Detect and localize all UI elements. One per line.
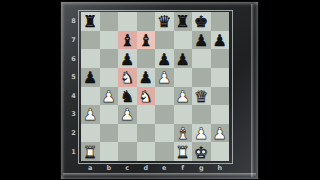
piece-white-pawn: ♟	[120, 107, 134, 123]
square-e1	[155, 142, 174, 161]
square-c2	[118, 124, 137, 143]
square-g1: ♚	[192, 142, 211, 161]
square-f2: ♝	[174, 124, 193, 143]
square-c4: ♞	[118, 87, 137, 106]
square-f5	[174, 68, 193, 87]
square-d8	[137, 12, 156, 31]
square-h8	[211, 12, 230, 31]
square-g2: ♟	[192, 124, 211, 143]
piece-black-rook: ♜	[176, 14, 190, 30]
square-d2	[137, 124, 156, 143]
rank-label-8: 8	[68, 12, 79, 31]
square-a6	[81, 49, 100, 68]
square-e5: ♟	[155, 68, 174, 87]
square-c7: ♝	[118, 31, 137, 50]
square-e6: ♟	[155, 49, 174, 68]
piece-white-king: ♚	[194, 144, 208, 160]
square-a5: ♟	[81, 68, 100, 87]
square-a4	[81, 87, 100, 106]
piece-white-queen: ♛	[194, 88, 208, 104]
piece-white-pawn: ♟	[176, 88, 190, 104]
rank-label-6: 6	[68, 49, 79, 68]
square-e3	[155, 105, 174, 124]
piece-white-pawn: ♟	[83, 107, 97, 123]
file-label-c: c	[118, 162, 137, 173]
square-e4	[155, 87, 174, 106]
file-label-e: e	[155, 162, 174, 173]
rank-labels: 87654321	[68, 12, 79, 161]
piece-white-knight: ♞	[139, 88, 153, 104]
piece-white-rook: ♜	[83, 144, 97, 160]
square-d7: ♝	[137, 31, 156, 50]
square-f1: ♜	[174, 142, 193, 161]
square-b3	[100, 105, 119, 124]
square-g6	[192, 49, 211, 68]
square-g4: ♛	[192, 87, 211, 106]
square-f3	[174, 105, 193, 124]
piece-black-pawn: ♟	[157, 51, 171, 67]
square-e7	[155, 31, 174, 50]
square-d5: ♟	[137, 68, 156, 87]
file-label-a: a	[81, 162, 100, 173]
square-e8: ♛	[155, 12, 174, 31]
square-c5: ♞	[118, 68, 137, 87]
square-b4: ♟	[100, 87, 119, 106]
square-h5	[211, 68, 230, 87]
square-h3	[211, 105, 230, 124]
square-a3: ♟	[81, 105, 100, 124]
square-c3: ♟	[118, 105, 137, 124]
piece-white-pawn: ♟	[102, 88, 116, 104]
square-b6	[100, 49, 119, 68]
board-grid: ♜♛♜♚♝♝♟♟♟♟♟♟♞♟♟♟♞♞♟♛♟♟♝♟♟♜♜♚	[81, 12, 229, 161]
square-g3	[192, 105, 211, 124]
square-b1	[100, 142, 119, 161]
file-label-b: b	[100, 162, 119, 173]
square-c1	[118, 142, 137, 161]
piece-black-knight: ♞	[120, 88, 134, 104]
square-g5	[192, 68, 211, 87]
piece-white-pawn: ♟	[157, 70, 171, 86]
square-h6	[211, 49, 230, 68]
piece-black-king: ♚	[194, 14, 208, 30]
piece-black-pawn: ♟	[176, 51, 190, 67]
square-b7	[100, 31, 119, 50]
square-b8	[100, 12, 119, 31]
square-a1: ♜	[81, 142, 100, 161]
square-b5	[100, 68, 119, 87]
square-d4: ♞	[137, 87, 156, 106]
square-d6	[137, 49, 156, 68]
piece-white-rook: ♜	[176, 144, 190, 160]
square-d3	[137, 105, 156, 124]
rank-label-7: 7	[68, 31, 79, 50]
piece-black-pawn: ♟	[139, 70, 153, 86]
piece-black-pawn: ♟	[213, 32, 227, 48]
rank-label-4: 4	[68, 87, 79, 106]
piece-black-bishop: ♝	[120, 32, 134, 48]
square-g8: ♚	[192, 12, 211, 31]
square-e2	[155, 124, 174, 143]
square-g7: ♟	[192, 31, 211, 50]
piece-black-pawn: ♟	[120, 51, 134, 67]
file-label-d: d	[137, 162, 156, 173]
piece-black-rook: ♜	[83, 14, 97, 30]
square-f6: ♟	[174, 49, 193, 68]
square-h1	[211, 142, 230, 161]
file-label-g: g	[192, 162, 211, 173]
rank-label-1: 1	[68, 142, 79, 161]
square-c6: ♟	[118, 49, 137, 68]
rank-label-5: 5	[68, 68, 79, 87]
piece-black-pawn: ♟	[194, 32, 208, 48]
square-f8: ♜	[174, 12, 193, 31]
square-h4	[211, 87, 230, 106]
piece-white-bishop: ♝	[176, 126, 190, 142]
square-d1	[137, 142, 156, 161]
square-a2	[81, 124, 100, 143]
rank-label-2: 2	[68, 124, 79, 143]
piece-black-pawn: ♟	[83, 70, 97, 86]
piece-white-knight: ♞	[120, 70, 134, 86]
file-label-h: h	[211, 162, 230, 173]
square-a8: ♜	[81, 12, 100, 31]
file-labels: abcdefgh	[81, 162, 229, 173]
square-a7	[81, 31, 100, 50]
square-f7	[174, 31, 193, 50]
piece-black-bishop: ♝	[139, 32, 153, 48]
piece-black-queen: ♛	[157, 14, 171, 30]
square-h7: ♟	[211, 31, 230, 50]
rank-label-3: 3	[68, 105, 79, 124]
square-b2	[100, 124, 119, 143]
video-frame: 87654321 ♜♛♜♚♝♝♟♟♟♟♟♟♞♟♟♟♞♞♟♛♟♟♝♟♟♜♜♚ ab…	[0, 0, 320, 180]
piece-white-pawn: ♟	[213, 126, 227, 142]
piece-white-pawn: ♟	[194, 126, 208, 142]
file-label-f: f	[174, 162, 193, 173]
square-h2: ♟	[211, 124, 230, 143]
square-c8	[118, 12, 137, 31]
square-f4: ♟	[174, 87, 193, 106]
